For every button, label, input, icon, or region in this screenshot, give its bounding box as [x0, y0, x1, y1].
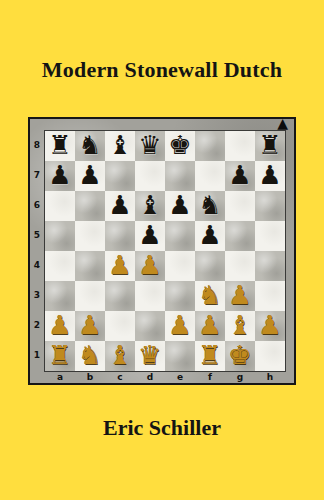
board-square: [45, 281, 75, 311]
white-knight: ♞: [78, 342, 101, 368]
white-rook: ♜: [48, 342, 71, 368]
board-square: ♟: [75, 161, 105, 191]
board-square: ♜: [45, 341, 75, 371]
board-square: [45, 251, 75, 281]
board-square: ♟: [105, 251, 135, 281]
board-square: [45, 221, 75, 251]
board-square: ♟: [255, 161, 285, 191]
white-rook: ♜: [198, 342, 221, 368]
board-square: [75, 221, 105, 251]
board-square: ♟: [195, 221, 225, 251]
board-square: [165, 221, 195, 251]
white-pawn: ♟: [138, 252, 161, 278]
board-square: [255, 191, 285, 221]
board-square: [255, 341, 285, 371]
white-to-move-indicator-icon: ▲: [277, 116, 288, 130]
board-square: [255, 281, 285, 311]
board-square: ♜: [195, 341, 225, 371]
board-square: ♝: [225, 311, 255, 341]
rank-label: 6: [30, 190, 44, 220]
black-rook: ♜: [48, 132, 71, 158]
board-square: [105, 161, 135, 191]
file-label: a: [45, 372, 75, 383]
black-pawn: ♟: [138, 222, 161, 248]
black-pawn: ♟: [108, 192, 131, 218]
board-square: ♟: [135, 221, 165, 251]
rank-label: 4: [30, 250, 44, 280]
file-label: f: [195, 372, 225, 383]
board-square: [225, 221, 255, 251]
black-pawn: ♟: [228, 162, 251, 188]
author-name: Eric Schiller: [0, 415, 324, 441]
board-square: [75, 191, 105, 221]
black-pawn: ♟: [78, 162, 101, 188]
white-pawn: ♟: [198, 312, 221, 338]
board-square: ♟: [75, 311, 105, 341]
board-square: [165, 281, 195, 311]
board-square: ♟: [225, 281, 255, 311]
board-square: ♜: [255, 131, 285, 161]
board-square: [105, 311, 135, 341]
board-square: ♟: [195, 311, 225, 341]
rank-label: 2: [30, 310, 44, 340]
board-square: [105, 221, 135, 251]
white-knight: ♞: [198, 282, 221, 308]
board-square: ♟: [225, 161, 255, 191]
white-king: ♚: [228, 342, 251, 368]
white-bishop: ♝: [228, 312, 251, 338]
board-square: ♟: [165, 311, 195, 341]
black-king: ♚: [168, 132, 191, 158]
black-rook: ♜: [258, 132, 281, 158]
white-pawn: ♟: [48, 312, 71, 338]
board-square: [135, 161, 165, 191]
white-pawn: ♟: [168, 312, 191, 338]
file-label: c: [105, 372, 135, 383]
board-square: ♞: [195, 191, 225, 221]
white-bishop: ♝: [108, 342, 131, 368]
file-label: d: [135, 372, 165, 383]
file-label: g: [225, 372, 255, 383]
black-pawn: ♟: [198, 222, 221, 248]
black-pawn: ♟: [258, 162, 281, 188]
file-label: h: [255, 372, 285, 383]
board-square: ♚: [225, 341, 255, 371]
chess-board-frame: ▲ ♜♞♝♛♚♜♟♟♟♟♟♝♟♞♟♟♟♟♞♟♟♟♟♟♝♟♜♞♝♛♜♚ 87654…: [28, 117, 296, 385]
black-bishop: ♝: [108, 132, 131, 158]
board-square: [165, 341, 195, 371]
board-square: ♚: [165, 131, 195, 161]
book-title: Modern Stonewall Dutch: [0, 57, 324, 83]
board-square: [225, 191, 255, 221]
board-square: [195, 251, 225, 281]
black-pawn: ♟: [168, 192, 191, 218]
black-knight: ♞: [198, 192, 221, 218]
board-square: ♟: [45, 161, 75, 191]
board-square: [195, 131, 225, 161]
white-pawn: ♟: [108, 252, 131, 278]
board-square: ♟: [255, 311, 285, 341]
board-square: ♛: [135, 341, 165, 371]
black-pawn: ♟: [48, 162, 71, 188]
white-pawn: ♟: [258, 312, 281, 338]
white-pawn: ♟: [78, 312, 101, 338]
rank-label: 7: [30, 160, 44, 190]
board-square: [195, 161, 225, 191]
board-square: ♟: [135, 251, 165, 281]
board-square: [75, 251, 105, 281]
board-square: [135, 281, 165, 311]
board-square: ♞: [75, 341, 105, 371]
rank-label: 1: [30, 340, 44, 370]
board-square: [165, 251, 195, 281]
black-queen: ♛: [138, 132, 161, 158]
board-square: ♜: [45, 131, 75, 161]
board-square: ♞: [195, 281, 225, 311]
board-square: [105, 281, 135, 311]
black-bishop: ♝: [138, 192, 161, 218]
white-pawn: ♟: [228, 282, 251, 308]
board-square: [165, 161, 195, 191]
board-square: ♛: [135, 131, 165, 161]
board-square: ♟: [45, 311, 75, 341]
board-square: [225, 251, 255, 281]
board-square: [45, 191, 75, 221]
board-square: [255, 221, 285, 251]
file-label: b: [75, 372, 105, 383]
board-square: [255, 251, 285, 281]
board-square: [75, 281, 105, 311]
board-grid: ♜♞♝♛♚♜♟♟♟♟♟♝♟♞♟♟♟♟♞♟♟♟♟♟♝♟♜♞♝♛♜♚: [44, 130, 286, 372]
board-square: ♝: [105, 131, 135, 161]
white-queen: ♛: [138, 342, 161, 368]
board-square: ♞: [75, 131, 105, 161]
black-knight: ♞: [78, 132, 101, 158]
rank-label: 8: [30, 130, 44, 160]
board-square: ♝: [135, 191, 165, 221]
file-label: e: [165, 372, 195, 383]
board-square: ♟: [105, 191, 135, 221]
board-square: [225, 131, 255, 161]
book-cover: Modern Stonewall Dutch ▲ ♜♞♝♛♚♜♟♟♟♟♟♝♟♞♟…: [0, 0, 324, 500]
board-square: ♝: [105, 341, 135, 371]
rank-label: 5: [30, 220, 44, 250]
board-square: [135, 311, 165, 341]
rank-label: 3: [30, 280, 44, 310]
board-square: ♟: [165, 191, 195, 221]
